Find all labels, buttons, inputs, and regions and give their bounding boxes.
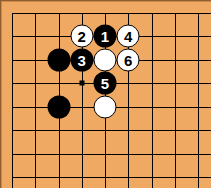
stone-black-3: 3 [70,48,93,71]
stone-black-1: 1 [94,25,117,48]
stone-move-number: 4 [124,29,132,44]
star-point-hoshi [79,81,84,86]
go-board: 214365 [0,0,211,188]
stone-white-6: 6 [117,48,140,71]
stone-move-number: 3 [78,52,86,67]
stone-move-number: 1 [101,29,109,44]
stone-white-4: 4 [117,25,140,48]
board-frame: 214365 [1,1,211,188]
stone-move-number: 2 [78,29,86,44]
stone-black [47,48,70,71]
stone-white-2: 2 [70,25,93,48]
stone-move-number: 5 [101,76,109,91]
stone-white [94,95,117,118]
stone-black [47,95,70,118]
stone-black-5: 5 [94,72,117,95]
stone-move-number: 6 [124,52,132,67]
stones-layer: 214365 [12,13,211,188]
stone-white [94,48,117,71]
